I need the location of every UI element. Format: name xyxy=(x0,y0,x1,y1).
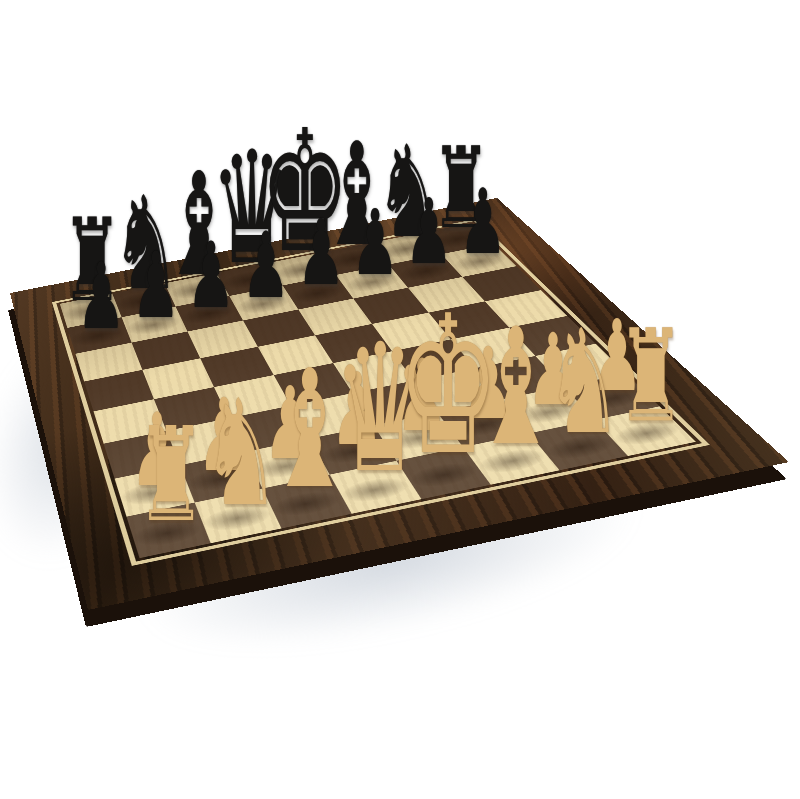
black-pawn-e7[interactable]: ♟ xyxy=(296,209,345,300)
black-pawn-h7[interactable]: ♟ xyxy=(459,178,507,268)
white-rook-a1[interactable]: ♜ xyxy=(136,411,206,541)
black-pawn-a7[interactable]: ♟ xyxy=(76,252,125,344)
black-pawn-g7[interactable]: ♟ xyxy=(405,188,453,278)
black-pawn-f7[interactable]: ♟ xyxy=(351,199,400,290)
black-pawn-d7[interactable]: ♟ xyxy=(242,220,291,311)
chess-set-photo: ♜♞♝♛♚♝♞♜♟♟♟♟♟♟♟♟♟♟♟♟♟♟♟♟♜♞♝♛♚♝♞♜ xyxy=(0,0,800,799)
black-pawn-c7[interactable]: ♟ xyxy=(187,230,236,321)
white-rook-h1[interactable]: ♜ xyxy=(617,314,685,441)
white-knight-g1[interactable]: ♞ xyxy=(545,311,622,455)
black-pawn-b7[interactable]: ♟ xyxy=(132,241,181,332)
